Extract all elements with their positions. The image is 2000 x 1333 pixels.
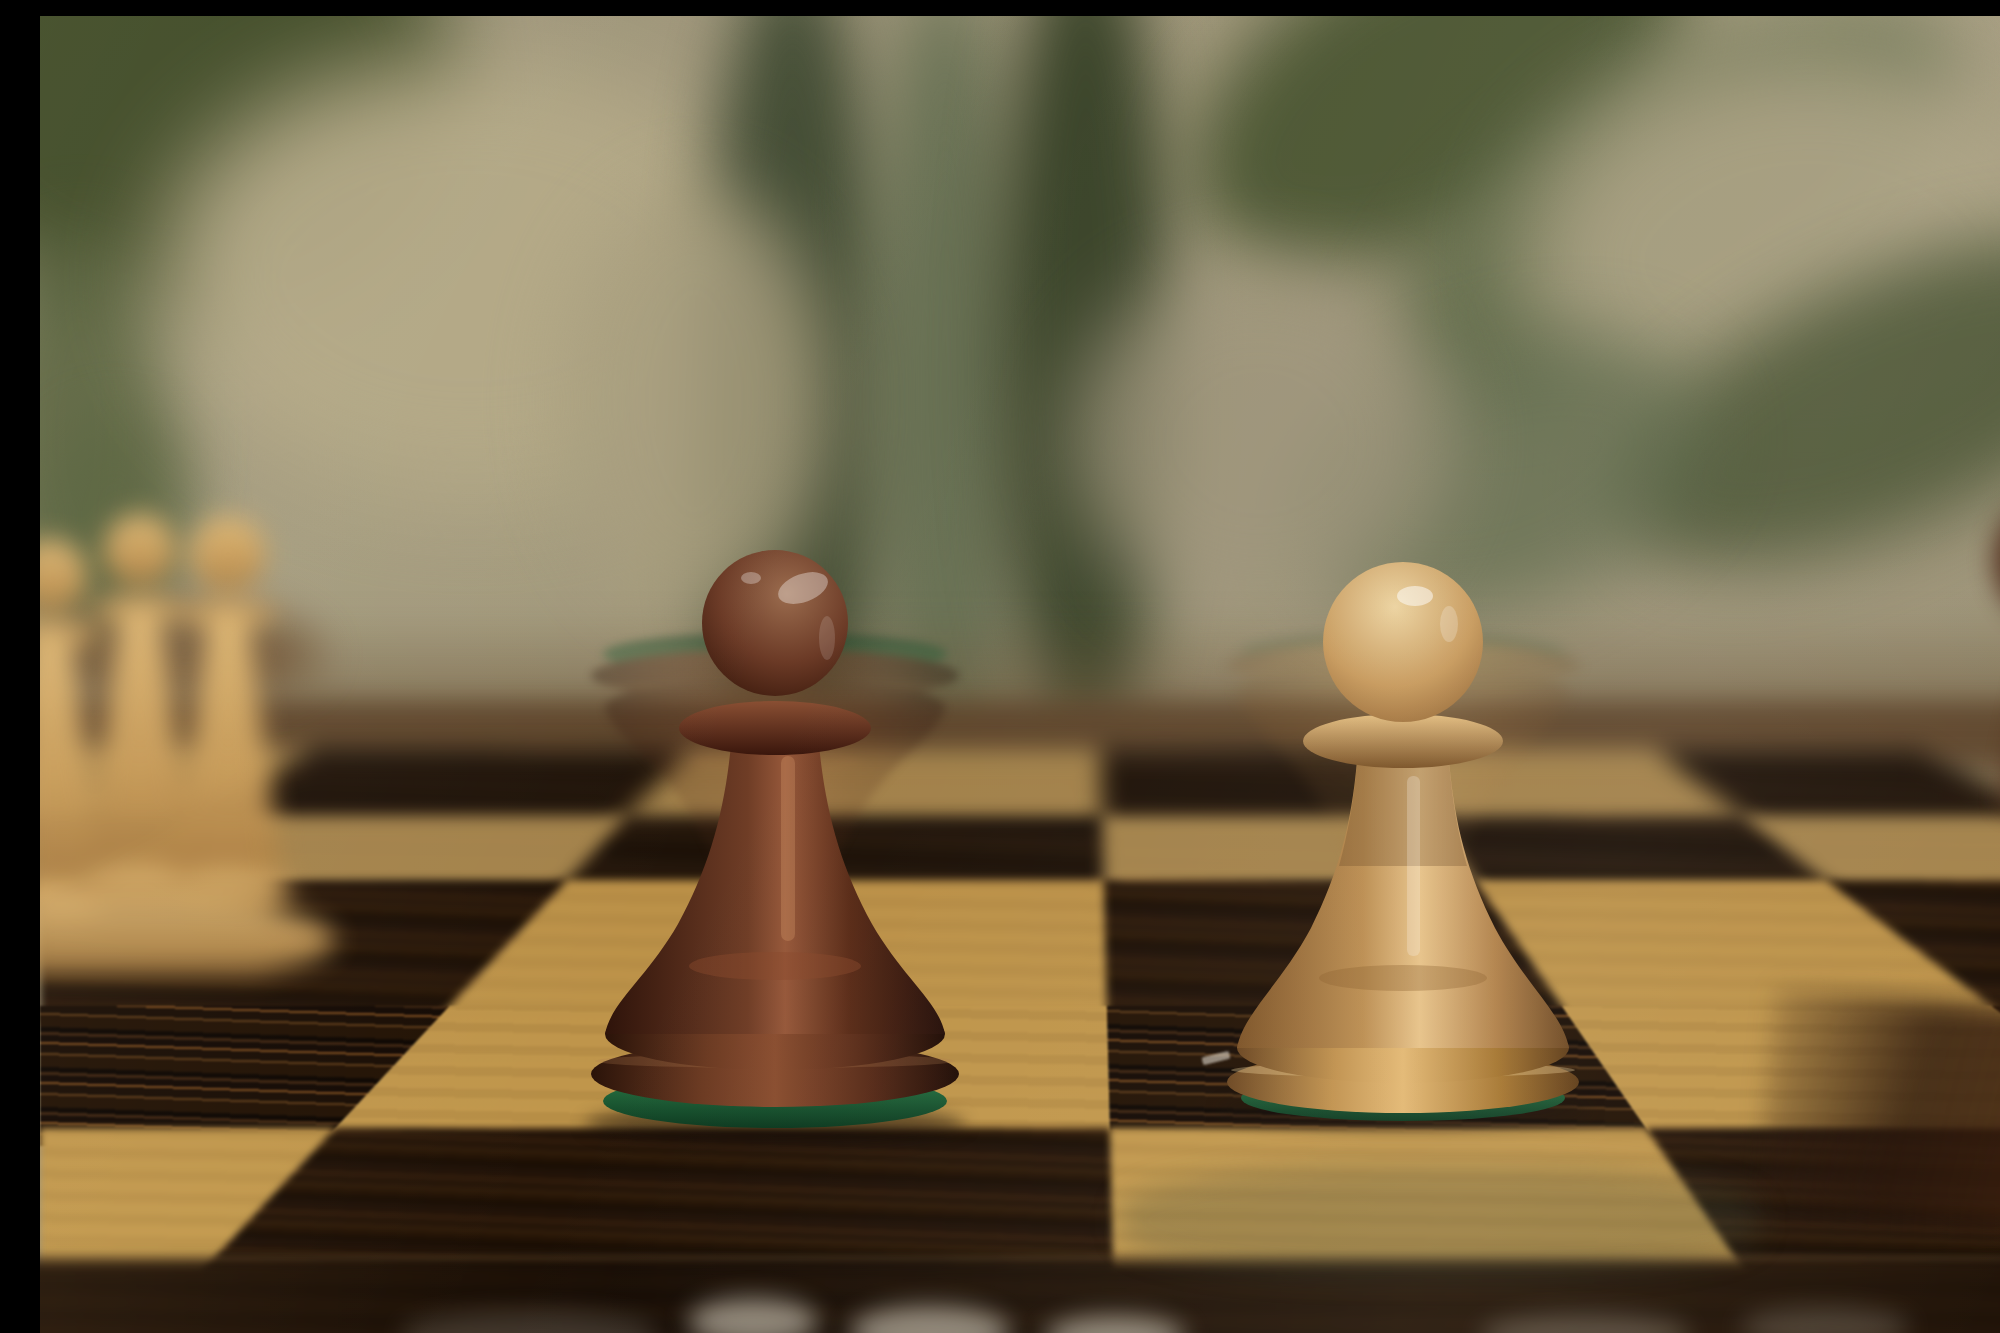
vignette-overlay [40, 16, 2000, 1333]
chess-closeup-photo: Close-up photograph of two turned-wood c… [40, 16, 2000, 1333]
